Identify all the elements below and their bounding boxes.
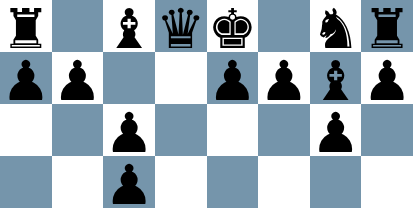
square-h5[interactable] — [361, 156, 413, 208]
black-bishop-icon[interactable]: ♝ — [104, 2, 153, 57]
square-d5[interactable] — [155, 156, 207, 208]
square-e5[interactable] — [207, 156, 259, 208]
square-d8[interactable]: ♛ — [155, 0, 207, 52]
square-f5[interactable] — [258, 156, 310, 208]
square-e7[interactable]: ♟ — [207, 52, 259, 104]
black-queen-icon[interactable]: ♛ — [156, 2, 205, 57]
square-f7[interactable]: ♟ — [258, 52, 310, 104]
chess-board-viewport: ♜♝♛♚♞♜♟♟♟♟♝♟♟♟♟ — [0, 0, 413, 208]
black-pawn-icon[interactable]: ♟ — [104, 158, 153, 209]
black-pawn-icon[interactable]: ♟ — [363, 54, 412, 109]
square-b8[interactable] — [52, 0, 104, 52]
black-pawn-icon[interactable]: ♟ — [259, 54, 308, 109]
black-pawn-icon[interactable]: ♟ — [311, 106, 360, 161]
square-g8[interactable]: ♞ — [310, 0, 362, 52]
black-pawn-icon[interactable]: ♟ — [53, 54, 102, 109]
square-b7[interactable]: ♟ — [52, 52, 104, 104]
square-d6[interactable] — [155, 104, 207, 156]
square-g7[interactable]: ♝ — [310, 52, 362, 104]
square-c8[interactable]: ♝ — [103, 0, 155, 52]
chess-board: ♜♝♛♚♞♜♟♟♟♟♝♟♟♟♟ — [0, 0, 413, 208]
square-a7[interactable]: ♟ — [0, 52, 52, 104]
square-c6[interactable]: ♟ — [103, 104, 155, 156]
square-a8[interactable]: ♜ — [0, 0, 52, 52]
square-f8[interactable] — [258, 0, 310, 52]
square-g6[interactable]: ♟ — [310, 104, 362, 156]
square-a5[interactable] — [0, 156, 52, 208]
square-e8[interactable]: ♚ — [207, 0, 259, 52]
square-c5[interactable]: ♟ — [103, 156, 155, 208]
black-pawn-icon[interactable]: ♟ — [208, 54, 257, 109]
square-h8[interactable]: ♜ — [361, 0, 413, 52]
square-b5[interactable] — [52, 156, 104, 208]
square-h7[interactable]: ♟ — [361, 52, 413, 104]
black-pawn-icon[interactable]: ♟ — [1, 54, 50, 109]
